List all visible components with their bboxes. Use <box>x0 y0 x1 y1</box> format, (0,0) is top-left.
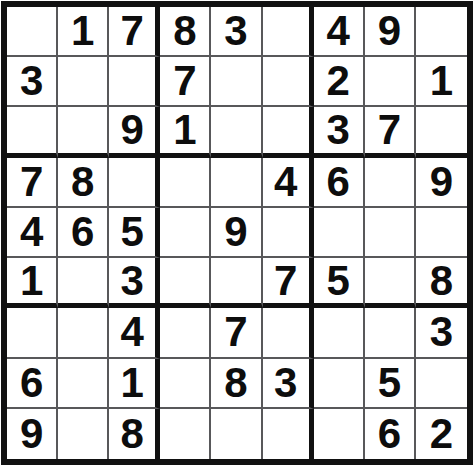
cell-r2c3-empty[interactable] <box>109 57 160 107</box>
cell-r9c7-empty[interactable] <box>314 409 365 459</box>
cell-r3c8-given: 7 <box>365 107 416 157</box>
cell-r2c8-empty[interactable] <box>365 57 416 107</box>
cell-r8c9-empty[interactable] <box>416 359 467 409</box>
cell-r9c8-given: 6 <box>365 409 416 459</box>
cell-r1c8-given: 9 <box>365 7 416 57</box>
cell-r5c9-empty[interactable] <box>416 208 467 258</box>
cell-r4c8-empty[interactable] <box>365 158 416 208</box>
cell-r4c4-empty[interactable] <box>160 158 211 208</box>
cell-r8c5-given: 8 <box>211 359 262 409</box>
cell-r2c7-given: 2 <box>314 57 365 107</box>
cell-r5c6-empty[interactable] <box>263 208 314 258</box>
cell-r1c2-given: 1 <box>58 7 109 57</box>
cell-r7c7-empty[interactable] <box>314 308 365 358</box>
cell-r8c1-given: 6 <box>7 359 58 409</box>
cell-r6c9-given: 8 <box>416 258 467 308</box>
cell-r4c7-given: 6 <box>314 158 365 208</box>
cell-r2c4-given: 7 <box>160 57 211 107</box>
cell-r3c9-empty[interactable] <box>416 107 467 157</box>
cell-r9c3-given: 8 <box>109 409 160 459</box>
cell-r3c4-given: 1 <box>160 107 211 157</box>
cell-r7c1-empty[interactable] <box>7 308 58 358</box>
cell-r2c9-given: 1 <box>416 57 467 107</box>
cell-r4c5-empty[interactable] <box>211 158 262 208</box>
cell-r4c1-given: 7 <box>7 158 58 208</box>
cell-r3c3-given: 9 <box>109 107 160 157</box>
cell-r6c7-given: 5 <box>314 258 365 308</box>
cell-r1c5-given: 3 <box>211 7 262 57</box>
cell-r1c6-empty[interactable] <box>263 7 314 57</box>
cell-r4c6-given: 4 <box>263 158 314 208</box>
cell-r9c4-empty[interactable] <box>160 409 211 459</box>
cell-r1c7-given: 4 <box>314 7 365 57</box>
cell-r9c6-empty[interactable] <box>263 409 314 459</box>
cell-r8c7-empty[interactable] <box>314 359 365 409</box>
cell-r8c6-given: 3 <box>263 359 314 409</box>
cell-r3c2-empty[interactable] <box>58 107 109 157</box>
cell-r3c6-empty[interactable] <box>263 107 314 157</box>
cell-r5c5-given: 9 <box>211 208 262 258</box>
sudoku-page: 1783493721913778469465913758473618359862 <box>0 0 474 474</box>
cell-r9c2-empty[interactable] <box>58 409 109 459</box>
cell-r2c1-given: 3 <box>7 57 58 107</box>
cell-r9c5-empty[interactable] <box>211 409 262 459</box>
cell-r7c9-given: 3 <box>416 308 467 358</box>
cell-r7c3-given: 4 <box>109 308 160 358</box>
cell-r7c2-empty[interactable] <box>58 308 109 358</box>
cell-r4c9-given: 9 <box>416 158 467 208</box>
cell-r5c7-empty[interactable] <box>314 208 365 258</box>
cell-r9c1-given: 9 <box>7 409 58 459</box>
cell-r5c4-empty[interactable] <box>160 208 211 258</box>
cell-r5c3-given: 5 <box>109 208 160 258</box>
cell-r8c8-given: 5 <box>365 359 416 409</box>
cell-r2c2-empty[interactable] <box>58 57 109 107</box>
cell-r2c5-empty[interactable] <box>211 57 262 107</box>
cell-r4c2-given: 8 <box>58 158 109 208</box>
cell-r5c2-given: 6 <box>58 208 109 258</box>
cell-r8c4-empty[interactable] <box>160 359 211 409</box>
cell-r3c7-given: 3 <box>314 107 365 157</box>
cell-r7c8-empty[interactable] <box>365 308 416 358</box>
cell-r6c8-empty[interactable] <box>365 258 416 308</box>
cell-r6c3-given: 3 <box>109 258 160 308</box>
cell-r1c9-empty[interactable] <box>416 7 467 57</box>
cell-r3c5-empty[interactable] <box>211 107 262 157</box>
cell-r5c1-given: 4 <box>7 208 58 258</box>
cell-r6c6-given: 7 <box>263 258 314 308</box>
cell-r6c1-given: 1 <box>7 258 58 308</box>
cell-r4c3-empty[interactable] <box>109 158 160 208</box>
cell-r1c1-empty[interactable] <box>7 7 58 57</box>
cell-r8c3-given: 1 <box>109 359 160 409</box>
cell-r1c4-given: 8 <box>160 7 211 57</box>
cell-r2c6-empty[interactable] <box>263 57 314 107</box>
sudoku-board: 1783493721913778469465913758473618359862 <box>1 1 473 465</box>
cell-r5c8-empty[interactable] <box>365 208 416 258</box>
cell-r7c6-empty[interactable] <box>263 308 314 358</box>
cell-r3c1-empty[interactable] <box>7 107 58 157</box>
cell-r7c5-given: 7 <box>211 308 262 358</box>
cell-r6c5-empty[interactable] <box>211 258 262 308</box>
cell-r1c3-given: 7 <box>109 7 160 57</box>
cell-r7c4-empty[interactable] <box>160 308 211 358</box>
cell-r9c9-given: 2 <box>416 409 467 459</box>
cell-r6c2-empty[interactable] <box>58 258 109 308</box>
cell-r6c4-empty[interactable] <box>160 258 211 308</box>
cell-r8c2-empty[interactable] <box>58 359 109 409</box>
